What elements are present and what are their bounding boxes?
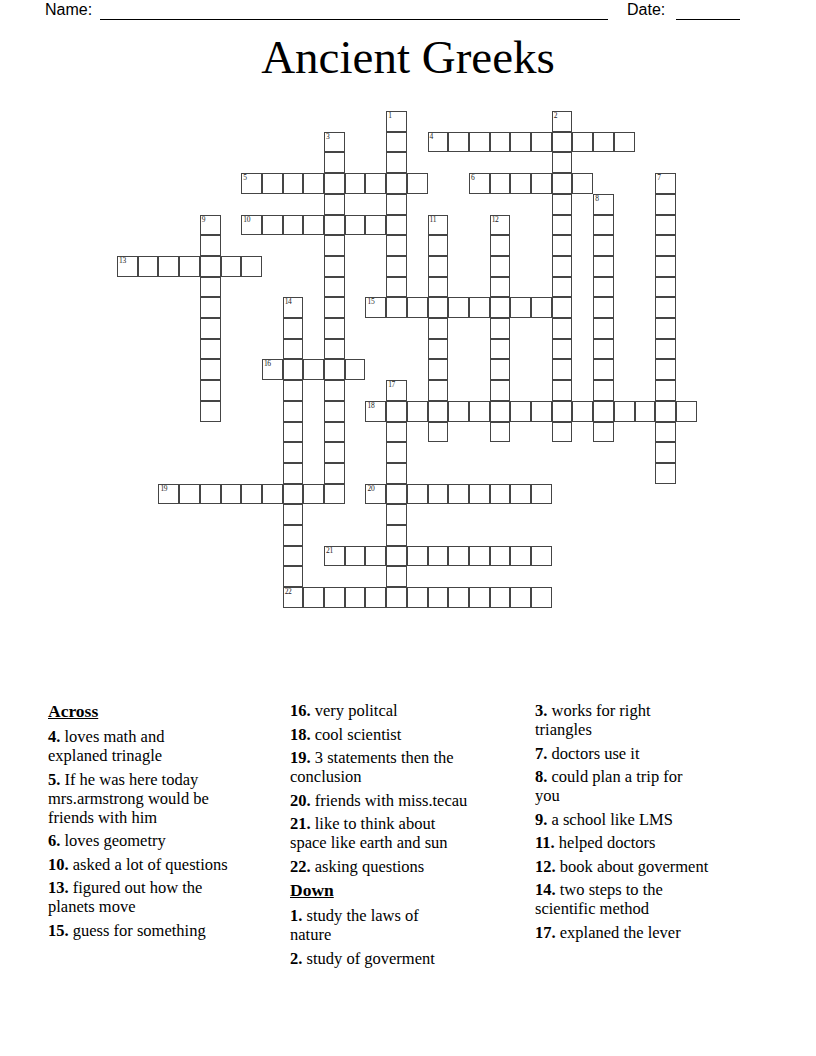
grid-cell-r12c9[interactable] [303, 359, 324, 380]
grid-cell-r2c21[interactable] [552, 152, 573, 173]
grid-cell-r5c6[interactable]: 10 [241, 215, 262, 236]
grid-cell-r23c20[interactable] [531, 587, 552, 608]
grid-cell-r11c8[interactable] [283, 339, 304, 360]
grid-cell-r16c8[interactable] [283, 442, 304, 463]
grid-cell-r18c13[interactable] [386, 484, 407, 505]
grid-cell-r1c15[interactable]: 4 [428, 132, 449, 153]
grid-cell-r1c10[interactable]: 3 [324, 132, 345, 153]
grid-cell-r8c10[interactable] [324, 277, 345, 298]
grid-cell-r18c7[interactable] [262, 484, 283, 505]
grid-cell-r23c18[interactable] [490, 587, 511, 608]
grid-cell-r14c26[interactable] [655, 401, 676, 422]
across-clue-22: 22. asking questions [290, 857, 525, 876]
grid-cell-r6c15[interactable] [428, 235, 449, 256]
grid-cell-r7c26[interactable] [655, 256, 676, 277]
grid-cell-r14c8[interactable] [283, 401, 304, 422]
grid-cell-r11c21[interactable] [552, 339, 573, 360]
grid-cell-r15c21[interactable] [552, 422, 573, 443]
grid-cell-r2c13[interactable] [386, 152, 407, 173]
clue-text: doctors use it [552, 744, 640, 763]
down-clue-17: 17. explaned the lever [535, 923, 760, 942]
across-clue-4: 4. loves math and explaned trinagle [48, 727, 280, 765]
grid-cell-r5c18[interactable]: 12 [490, 215, 511, 236]
grid-cell-r21c12[interactable] [365, 546, 386, 567]
grid-cell-r15c23[interactable] [593, 422, 614, 443]
grid-cell-r13c10[interactable] [324, 380, 345, 401]
down-clue-7: 7. doctors use it [535, 744, 760, 763]
grid-cell-r9c10[interactable] [324, 297, 345, 318]
grid-cell-r3c20[interactable] [531, 173, 552, 194]
across-clue-10: 10. asked a lot of questions [48, 855, 280, 874]
grid-cell-r14c23[interactable] [593, 401, 614, 422]
clue-text: study of goverment [307, 949, 435, 968]
grid-cell-r23c13[interactable] [386, 587, 407, 608]
down-clue-9: 9. a school like LMS [535, 810, 760, 829]
grid-cell-r15c18[interactable] [490, 422, 511, 443]
clue-column: 3. works for right triangles7. doctors u… [535, 701, 770, 972]
grid-cell-r18c19[interactable] [510, 484, 531, 505]
grid-cell-r5c9[interactable] [303, 215, 324, 236]
clue-number-label: 19. [290, 748, 311, 767]
clue-text: study the laws of nature [290, 906, 419, 944]
grid-cell-r3c17[interactable]: 6 [469, 173, 490, 194]
grid-cell-r14c20[interactable] [531, 401, 552, 422]
clue-column: 16. very politcal18. cool scientist19. 3… [290, 701, 535, 972]
grid-cell-r13c18[interactable] [490, 380, 511, 401]
grid-cell-r23c12[interactable] [365, 587, 386, 608]
clue-text: works for right triangles [535, 701, 650, 739]
clue-text: guess for something [73, 921, 206, 940]
grid-cell-r21c20[interactable] [531, 546, 552, 567]
grid-cell-r9c13[interactable] [386, 297, 407, 318]
clue-number-label: 7. [535, 744, 547, 763]
grid-cell-r18c10[interactable] [324, 484, 345, 505]
crossword-grid: 12345678910111213141516171819202122 [117, 111, 697, 608]
grid-cell-r3c22[interactable] [572, 173, 593, 194]
puzzle-title: Ancient Greeks [0, 30, 816, 84]
grid-cell-r5c23[interactable] [593, 215, 614, 236]
grid-cell-r3c26[interactable]: 7 [655, 173, 676, 194]
grid-cell-r18c3[interactable] [179, 484, 200, 505]
grid-cell-r18c5[interactable] [221, 484, 242, 505]
grid-cell-r18c6[interactable] [241, 484, 262, 505]
grid-cell-r21c16[interactable] [448, 546, 469, 567]
across-clue-21: 21. like to think about space like earth… [290, 814, 525, 852]
grid-cell-r18c4[interactable] [200, 484, 221, 505]
grid-cell-r3c10[interactable] [324, 173, 345, 194]
grid-cell-r14c12[interactable]: 18 [365, 401, 386, 422]
grid-cell-r1c16[interactable] [448, 132, 469, 153]
grid-cell-r9c17[interactable] [469, 297, 490, 318]
date-blank-line[interactable] [676, 2, 740, 20]
grid-cell-r12c7[interactable]: 16 [262, 359, 283, 380]
clue-number-label: 14. [535, 880, 556, 899]
grid-cell-r9c21[interactable] [552, 297, 573, 318]
grid-cell-r9c8[interactable]: 14 [283, 297, 304, 318]
across-clue-6: 6. loves geometry [48, 831, 280, 850]
grid-cell-r5c7[interactable] [262, 215, 283, 236]
grid-cell-r17c13[interactable] [386, 463, 407, 484]
grid-cell-r23c17[interactable] [469, 587, 490, 608]
date-label: Date: [627, 1, 665, 19]
grid-cell-r3c14[interactable] [407, 173, 428, 194]
grid-cell-r21c8[interactable] [283, 546, 304, 567]
grid-cell-r8c18[interactable] [490, 277, 511, 298]
grid-cell-r12c23[interactable] [593, 359, 614, 380]
grid-cell-r1c23[interactable] [593, 132, 614, 153]
grid-cell-r23c11[interactable] [345, 587, 366, 608]
grid-cell-r14c21[interactable] [552, 401, 573, 422]
grid-cell-r18c8[interactable] [283, 484, 304, 505]
grid-cell-r21c17[interactable] [469, 546, 490, 567]
grid-cell-r5c21[interactable] [552, 215, 573, 236]
grid-cell-r11c26[interactable] [655, 339, 676, 360]
grid-cell-r18c2[interactable]: 19 [158, 484, 179, 505]
grid-cell-r13c13[interactable]: 17 [386, 380, 407, 401]
grid-cell-r10c26[interactable] [655, 318, 676, 339]
grid-cell-r23c10[interactable] [324, 587, 345, 608]
grid-cell-r7c2[interactable] [158, 256, 179, 277]
grid-cell-r9c12[interactable]: 15 [365, 297, 386, 318]
grid-cell-r9c16[interactable] [448, 297, 469, 318]
grid-cell-r14c15[interactable] [428, 401, 449, 422]
grid-cell-r1c18[interactable] [490, 132, 511, 153]
across-clue-13: 13. figured out how the planets move [48, 878, 280, 916]
grid-cell-r23c19[interactable] [510, 587, 531, 608]
clue-text: figured out how the planets move [48, 878, 202, 916]
grid-cell-r10c23[interactable] [593, 318, 614, 339]
down-clue-1: 1. study the laws of nature [290, 906, 525, 944]
grid-cell-r8c13[interactable] [386, 277, 407, 298]
cell-number-3: 3 [326, 132, 329, 141]
grid-cell-r23c8[interactable]: 22 [283, 587, 304, 608]
grid-cell-r19c8[interactable] [283, 504, 304, 525]
grid-cell-r7c6[interactable] [241, 256, 262, 277]
grid-cell-r20c13[interactable] [386, 525, 407, 546]
cell-number-9: 9 [202, 215, 205, 224]
grid-cell-r9c15[interactable] [428, 297, 449, 318]
grid-cell-r7c18[interactable] [490, 256, 511, 277]
grid-cell-r6c10[interactable] [324, 235, 345, 256]
grid-cell-r21c15[interactable] [428, 546, 449, 567]
grid-cell-r8c23[interactable] [593, 277, 614, 298]
grid-cell-r4c13[interactable] [386, 194, 407, 215]
grid-cell-r9c20[interactable] [531, 297, 552, 318]
grid-cell-r21c11[interactable] [345, 546, 366, 567]
grid-cell-r8c4[interactable] [200, 277, 221, 298]
clue-text: asked a lot of questions [73, 855, 228, 874]
grid-cell-r1c17[interactable] [469, 132, 490, 153]
grid-cell-r12c11[interactable] [345, 359, 366, 380]
clue-text: friends with miss.tecau [315, 791, 468, 810]
grid-cell-r14c27[interactable] [676, 401, 697, 422]
down-clue-2: 2. study of goverment [290, 949, 525, 968]
down-heading: Down [290, 880, 525, 900]
grid-cell-r3c19[interactable] [510, 173, 531, 194]
grid-cell-r17c10[interactable] [324, 463, 345, 484]
grid-cell-r8c21[interactable] [552, 277, 573, 298]
clue-number-label: 11. [535, 833, 555, 852]
grid-cell-r22c13[interactable] [386, 566, 407, 587]
grid-cell-r7c23[interactable] [593, 256, 614, 277]
cell-number-22: 22 [285, 587, 292, 596]
grid-cell-r11c23[interactable] [593, 339, 614, 360]
grid-cell-r11c4[interactable] [200, 339, 221, 360]
grid-cell-r1c20[interactable] [531, 132, 552, 153]
cell-number-8: 8 [595, 194, 598, 203]
grid-cell-r1c21[interactable] [552, 132, 573, 153]
grid-cell-r14c10[interactable] [324, 401, 345, 422]
clue-text: could plan a trip for you [535, 767, 683, 805]
cell-number-20: 20 [367, 484, 374, 493]
cell-number-7: 7 [657, 173, 660, 182]
grid-cell-r1c24[interactable] [614, 132, 635, 153]
grid-cell-r23c14[interactable] [407, 587, 428, 608]
grid-cell-r5c13[interactable] [386, 215, 407, 236]
cell-number-19: 19 [160, 484, 167, 493]
grid-cell-r5c26[interactable] [655, 215, 676, 236]
grid-cell-r18c15[interactable] [428, 484, 449, 505]
grid-cell-r19c13[interactable] [386, 504, 407, 525]
grid-cell-r7c13[interactable] [386, 256, 407, 277]
clue-text: helped doctors [559, 833, 656, 852]
cell-number-16: 16 [264, 359, 271, 368]
grid-cell-r18c14[interactable] [407, 484, 428, 505]
grid-cell-r16c13[interactable] [386, 442, 407, 463]
down-clue-12: 12. book about goverment [535, 857, 760, 876]
grid-cell-r6c21[interactable] [552, 235, 573, 256]
clue-number-label: 6. [48, 831, 60, 850]
grid-cell-r13c15[interactable] [428, 380, 449, 401]
grid-cell-r12c4[interactable] [200, 359, 221, 380]
grid-cell-r14c17[interactable] [469, 401, 490, 422]
grid-cell-r15c26[interactable] [655, 422, 676, 443]
grid-cell-r5c4[interactable]: 9 [200, 215, 221, 236]
grid-cell-r12c18[interactable] [490, 359, 511, 380]
grid-cell-r14c22[interactable] [572, 401, 593, 422]
cell-number-6: 6 [471, 173, 474, 182]
cell-number-12: 12 [492, 215, 499, 224]
across-heading: Across [48, 701, 280, 721]
grid-cell-r22c8[interactable] [283, 566, 304, 587]
grid-cell-r9c14[interactable] [407, 297, 428, 318]
cell-number-14: 14 [285, 297, 292, 306]
clue-number-label: 4. [48, 727, 60, 746]
grid-cell-r2c10[interactable] [324, 152, 345, 173]
grid-cell-r1c22[interactable] [572, 132, 593, 153]
grid-cell-r23c15[interactable] [428, 587, 449, 608]
grid-cell-r14c18[interactable] [490, 401, 511, 422]
grid-cell-r1c19[interactable] [510, 132, 531, 153]
grid-cell-r4c26[interactable] [655, 194, 676, 215]
grid-cell-r0c13[interactable]: 1 [386, 111, 407, 132]
across-clue-20: 20. friends with miss.tecau [290, 791, 525, 810]
grid-cell-r12c21[interactable] [552, 359, 573, 380]
grid-cell-r13c4[interactable] [200, 380, 221, 401]
grid-cell-r4c23[interactable]: 8 [593, 194, 614, 215]
grid-cell-r20c8[interactable] [283, 525, 304, 546]
grid-cell-r6c23[interactable] [593, 235, 614, 256]
grid-cell-r12c26[interactable] [655, 359, 676, 380]
clue-number-label: 18. [290, 725, 311, 744]
clue-text: a school like LMS [552, 810, 673, 829]
grid-cell-r16c26[interactable] [655, 442, 676, 463]
clue-text: cool scientist [315, 725, 402, 744]
grid-cell-r6c4[interactable] [200, 235, 221, 256]
across-clue-16: 16. very politcal [290, 701, 525, 720]
grid-cell-r11c15[interactable] [428, 339, 449, 360]
grid-cell-r7c3[interactable] [179, 256, 200, 277]
grid-cell-r14c13[interactable] [386, 401, 407, 422]
grid-cell-r14c25[interactable] [635, 401, 656, 422]
grid-cell-r5c15[interactable]: 11 [428, 215, 449, 236]
grid-cell-r6c18[interactable] [490, 235, 511, 256]
grid-cell-r3c12[interactable] [365, 173, 386, 194]
grid-cell-r15c10[interactable] [324, 422, 345, 443]
grid-cell-r18c12[interactable]: 20 [365, 484, 386, 505]
grid-cell-r4c21[interactable] [552, 194, 573, 215]
grid-cell-r3c13[interactable] [386, 173, 407, 194]
grid-cell-r9c19[interactable] [510, 297, 531, 318]
grid-cell-r13c23[interactable] [593, 380, 614, 401]
grid-cell-r15c15[interactable] [428, 422, 449, 443]
clue-number-label: 15. [48, 921, 69, 940]
grid-cell-r13c21[interactable] [552, 380, 573, 401]
clue-number-label: 13. [48, 878, 69, 897]
clue-number-label: 2. [290, 949, 302, 968]
grid-cell-r3c11[interactable] [345, 173, 366, 194]
grid-cell-r15c13[interactable] [386, 422, 407, 443]
clue-text: explaned the lever [560, 923, 681, 942]
grid-cell-r10c8[interactable] [283, 318, 304, 339]
grid-cell-r10c15[interactable] [428, 318, 449, 339]
grid-cell-r10c21[interactable] [552, 318, 573, 339]
grid-cell-r5c11[interactable] [345, 215, 366, 236]
grid-cell-r21c14[interactable] [407, 546, 428, 567]
grid-cell-r14c19[interactable] [510, 401, 531, 422]
grid-cell-r14c16[interactable] [448, 401, 469, 422]
grid-cell-r21c10[interactable]: 21 [324, 546, 345, 567]
worksheet-page: Name: Date: Ancient Greeks 1234567891011… [0, 0, 816, 1056]
grid-cell-r4c10[interactable] [324, 194, 345, 215]
grid-cell-r10c4[interactable] [200, 318, 221, 339]
grid-cell-r21c18[interactable] [490, 546, 511, 567]
down-clue-14: 14. two steps to the scientific method [535, 880, 760, 918]
clue-text: loves math and explaned trinagle [48, 727, 164, 765]
clue-text: asking questions [315, 857, 425, 876]
name-label: Name: [45, 1, 92, 19]
grid-cell-r18c16[interactable] [448, 484, 469, 505]
grid-cell-r5c12[interactable] [365, 215, 386, 236]
grid-cell-r23c9[interactable] [303, 587, 324, 608]
clue-number-label: 17. [535, 923, 556, 942]
grid-cell-r7c21[interactable] [552, 256, 573, 277]
grid-cell-r14c4[interactable] [200, 401, 221, 422]
cell-number-15: 15 [367, 297, 374, 306]
grid-cell-r13c8[interactable] [283, 380, 304, 401]
grid-cell-r3c8[interactable] [283, 173, 304, 194]
grid-cell-r9c23[interactable] [593, 297, 614, 318]
clue-text: loves geometry [65, 831, 166, 850]
grid-cell-r18c9[interactable] [303, 484, 324, 505]
grid-cell-r5c10[interactable] [324, 215, 345, 236]
down-clue-8: 8. could plan a trip for you [535, 767, 760, 805]
grid-cell-r3c21[interactable] [552, 173, 573, 194]
cell-number-1: 1 [388, 111, 391, 120]
grid-cell-r12c15[interactable] [428, 359, 449, 380]
clue-column: Across4. loves math and explaned trinagl… [48, 701, 290, 972]
clue-text: like to think about space like earth and… [290, 814, 448, 852]
grid-cell-r7c10[interactable] [324, 256, 345, 277]
grid-cell-r21c19[interactable] [510, 546, 531, 567]
grid-cell-r18c18[interactable] [490, 484, 511, 505]
grid-cell-r15c8[interactable] [283, 422, 304, 443]
grid-cell-r17c26[interactable] [655, 463, 676, 484]
grid-cell-r7c15[interactable] [428, 256, 449, 277]
grid-cell-r1c13[interactable] [386, 132, 407, 153]
grid-cell-r7c0[interactable]: 13 [117, 256, 138, 277]
cell-number-18: 18 [367, 401, 374, 410]
grid-cell-r7c5[interactable] [221, 256, 242, 277]
clue-number-label: 21. [290, 814, 311, 833]
grid-cell-r17c8[interactable] [283, 463, 304, 484]
grid-cell-r10c10[interactable] [324, 318, 345, 339]
grid-cell-r5c8[interactable] [283, 215, 304, 236]
clue-text: If he was here today mrs.armstrong would… [48, 770, 209, 827]
grid-cell-r7c4[interactable] [200, 256, 221, 277]
clue-text: 3 statements then the conclusion [290, 748, 454, 786]
clue-number-label: 3. [535, 701, 547, 720]
grid-cell-r18c20[interactable] [531, 484, 552, 505]
clue-number-label: 20. [290, 791, 311, 810]
grid-cell-r10c18[interactable] [490, 318, 511, 339]
grid-cell-r12c8[interactable] [283, 359, 304, 380]
grid-cell-r8c15[interactable] [428, 277, 449, 298]
grid-cell-r3c6[interactable]: 5 [241, 173, 262, 194]
grid-cell-r9c18[interactable] [490, 297, 511, 318]
grid-cell-r8c26[interactable] [655, 277, 676, 298]
cell-number-21: 21 [326, 546, 333, 555]
grid-cell-r9c4[interactable] [200, 297, 221, 318]
grid-cell-r21c13[interactable] [386, 546, 407, 567]
grid-cell-r23c16[interactable] [448, 587, 469, 608]
grid-cell-r11c18[interactable] [490, 339, 511, 360]
grid-cell-r3c18[interactable] [490, 173, 511, 194]
across-clue-15: 15. guess for something [48, 921, 280, 940]
grid-cell-r14c14[interactable] [407, 401, 428, 422]
across-clue-18: 18. cool scientist [290, 725, 525, 744]
clue-text: book about goverment [560, 857, 708, 876]
grid-cell-r14c24[interactable] [614, 401, 635, 422]
grid-cell-r6c13[interactable] [386, 235, 407, 256]
grid-cell-r3c7[interactable] [262, 173, 283, 194]
grid-cell-r16c10[interactable] [324, 442, 345, 463]
clue-number-label: 8. [535, 767, 547, 786]
grid-cell-r11c10[interactable] [324, 339, 345, 360]
grid-cell-r6c26[interactable] [655, 235, 676, 256]
cell-number-11: 11 [430, 215, 437, 224]
clue-number-label: 16. [290, 701, 311, 720]
name-blank-line[interactable] [100, 2, 608, 20]
grid-cell-r7c1[interactable] [138, 256, 159, 277]
grid-cell-r18c17[interactable] [469, 484, 490, 505]
grid-cell-r13c26[interactable] [655, 380, 676, 401]
grid-cell-r3c9[interactable] [303, 173, 324, 194]
grid-cell-r12c10[interactable] [324, 359, 345, 380]
down-clue-3: 3. works for right triangles [535, 701, 760, 739]
grid-cell-r9c26[interactable] [655, 297, 676, 318]
grid-cell-r0c21[interactable]: 2 [552, 111, 573, 132]
